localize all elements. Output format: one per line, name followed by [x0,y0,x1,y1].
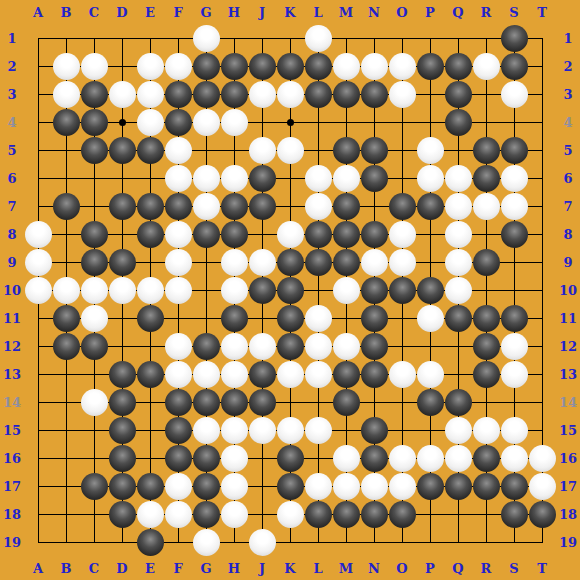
intersection-E18[interactable] [136,500,164,528]
intersection-E3[interactable] [136,80,164,108]
intersection-N14[interactable] [360,388,388,416]
intersection-J6[interactable] [248,164,276,192]
intersection-H6[interactable] [220,164,248,192]
intersection-P15[interactable] [416,416,444,444]
intersection-R15[interactable] [472,416,500,444]
intersection-K12[interactable] [276,332,304,360]
intersection-N4[interactable] [360,108,388,136]
intersection-O9[interactable] [388,248,416,276]
intersection-O14[interactable] [388,388,416,416]
intersection-S3[interactable] [500,80,528,108]
intersection-A17[interactable] [24,472,52,500]
intersection-M7[interactable] [332,192,360,220]
intersection-T18[interactable] [528,500,556,528]
intersection-F11[interactable] [164,304,192,332]
intersection-T1[interactable] [528,24,556,52]
intersection-O7[interactable] [388,192,416,220]
intersection-J10[interactable] [248,276,276,304]
intersection-P3[interactable] [416,80,444,108]
intersection-J4[interactable] [248,108,276,136]
intersection-N13[interactable] [360,360,388,388]
intersection-G5[interactable] [192,136,220,164]
intersection-A18[interactable] [24,500,52,528]
intersection-R14[interactable] [472,388,500,416]
intersection-A6[interactable] [24,164,52,192]
intersection-Q6[interactable] [444,164,472,192]
intersection-M15[interactable] [332,416,360,444]
intersection-S14[interactable] [500,388,528,416]
intersection-C17[interactable] [80,472,108,500]
intersection-T12[interactable] [528,332,556,360]
intersection-K16[interactable] [276,444,304,472]
intersection-R7[interactable] [472,192,500,220]
intersection-E7[interactable] [136,192,164,220]
intersection-P2[interactable] [416,52,444,80]
intersection-K9[interactable] [276,248,304,276]
intersection-L17[interactable] [304,472,332,500]
intersection-O12[interactable] [388,332,416,360]
intersection-A11[interactable] [24,304,52,332]
intersection-A2[interactable] [24,52,52,80]
intersection-J15[interactable] [248,416,276,444]
intersection-L4[interactable] [304,108,332,136]
intersection-K15[interactable] [276,416,304,444]
intersection-P10[interactable] [416,276,444,304]
intersection-D14[interactable] [108,388,136,416]
intersection-A13[interactable] [24,360,52,388]
intersection-R10[interactable] [472,276,500,304]
intersection-K1[interactable] [276,24,304,52]
intersection-T15[interactable] [528,416,556,444]
intersection-L2[interactable] [304,52,332,80]
intersection-B10[interactable] [52,276,80,304]
intersection-Q7[interactable] [444,192,472,220]
intersection-R13[interactable] [472,360,500,388]
intersection-O2[interactable] [388,52,416,80]
intersection-J12[interactable] [248,332,276,360]
intersection-K10[interactable] [276,276,304,304]
intersection-Q15[interactable] [444,416,472,444]
intersection-R16[interactable] [472,444,500,472]
intersection-L5[interactable] [304,136,332,164]
intersection-T8[interactable] [528,220,556,248]
intersection-M3[interactable] [332,80,360,108]
intersection-C18[interactable] [80,500,108,528]
intersection-J13[interactable] [248,360,276,388]
intersection-K5[interactable] [276,136,304,164]
intersection-G12[interactable] [192,332,220,360]
intersection-O1[interactable] [388,24,416,52]
intersection-M8[interactable] [332,220,360,248]
intersection-A5[interactable] [24,136,52,164]
intersection-O6[interactable] [388,164,416,192]
intersection-D15[interactable] [108,416,136,444]
intersection-Q19[interactable] [444,528,472,556]
intersection-D2[interactable] [108,52,136,80]
intersection-A8[interactable] [24,220,52,248]
intersection-B9[interactable] [52,248,80,276]
intersection-B19[interactable] [52,528,80,556]
intersection-D9[interactable] [108,248,136,276]
intersection-B4[interactable] [52,108,80,136]
intersection-S16[interactable] [500,444,528,472]
intersection-P17[interactable] [416,472,444,500]
intersection-L10[interactable] [304,276,332,304]
intersection-H17[interactable] [220,472,248,500]
intersection-T10[interactable] [528,276,556,304]
intersection-E10[interactable] [136,276,164,304]
intersection-Q17[interactable] [444,472,472,500]
intersection-T4[interactable] [528,108,556,136]
intersection-H16[interactable] [220,444,248,472]
intersection-S19[interactable] [500,528,528,556]
intersection-K7[interactable] [276,192,304,220]
intersection-O4[interactable] [388,108,416,136]
intersection-R18[interactable] [472,500,500,528]
intersection-J18[interactable] [248,500,276,528]
intersection-O3[interactable] [388,80,416,108]
intersection-N12[interactable] [360,332,388,360]
intersection-M11[interactable] [332,304,360,332]
intersection-G11[interactable] [192,304,220,332]
intersection-A3[interactable] [24,80,52,108]
intersection-S13[interactable] [500,360,528,388]
intersection-E14[interactable] [136,388,164,416]
intersection-J1[interactable] [248,24,276,52]
intersection-K4[interactable] [276,108,304,136]
intersection-O15[interactable] [388,416,416,444]
intersection-P11[interactable] [416,304,444,332]
intersection-R2[interactable] [472,52,500,80]
intersection-K14[interactable] [276,388,304,416]
intersection-M17[interactable] [332,472,360,500]
intersection-C5[interactable] [80,136,108,164]
intersection-J17[interactable] [248,472,276,500]
intersection-J8[interactable] [248,220,276,248]
intersection-G3[interactable] [192,80,220,108]
intersection-B14[interactable] [52,388,80,416]
intersection-C19[interactable] [80,528,108,556]
intersection-A1[interactable] [24,24,52,52]
intersection-D5[interactable] [108,136,136,164]
intersection-O10[interactable] [388,276,416,304]
intersection-A15[interactable] [24,416,52,444]
intersection-A16[interactable] [24,444,52,472]
intersection-P9[interactable] [416,248,444,276]
intersection-M4[interactable] [332,108,360,136]
intersection-Q1[interactable] [444,24,472,52]
intersection-N1[interactable] [360,24,388,52]
intersection-F1[interactable] [164,24,192,52]
intersection-L1[interactable] [304,24,332,52]
intersection-M10[interactable] [332,276,360,304]
intersection-E5[interactable] [136,136,164,164]
intersection-C8[interactable] [80,220,108,248]
intersection-K3[interactable] [276,80,304,108]
intersection-K17[interactable] [276,472,304,500]
intersection-R8[interactable] [472,220,500,248]
intersection-D3[interactable] [108,80,136,108]
intersection-E6[interactable] [136,164,164,192]
intersection-H18[interactable] [220,500,248,528]
intersection-P6[interactable] [416,164,444,192]
intersection-G4[interactable] [192,108,220,136]
intersection-D1[interactable] [108,24,136,52]
intersection-F8[interactable] [164,220,192,248]
intersection-P13[interactable] [416,360,444,388]
intersection-F14[interactable] [164,388,192,416]
intersection-C3[interactable] [80,80,108,108]
intersection-M14[interactable] [332,388,360,416]
intersection-R12[interactable] [472,332,500,360]
intersection-B1[interactable] [52,24,80,52]
intersection-T16[interactable] [528,444,556,472]
intersection-R9[interactable] [472,248,500,276]
intersection-F12[interactable] [164,332,192,360]
intersection-M13[interactable] [332,360,360,388]
intersection-G6[interactable] [192,164,220,192]
intersection-P18[interactable] [416,500,444,528]
intersection-H15[interactable] [220,416,248,444]
intersection-P5[interactable] [416,136,444,164]
intersection-P16[interactable] [416,444,444,472]
intersection-N17[interactable] [360,472,388,500]
intersection-S4[interactable] [500,108,528,136]
intersection-L9[interactable] [304,248,332,276]
intersection-H7[interactable] [220,192,248,220]
intersection-D6[interactable] [108,164,136,192]
intersection-S12[interactable] [500,332,528,360]
intersection-O13[interactable] [388,360,416,388]
intersection-N10[interactable] [360,276,388,304]
intersection-F7[interactable] [164,192,192,220]
intersection-O17[interactable] [388,472,416,500]
intersection-B15[interactable] [52,416,80,444]
intersection-M16[interactable] [332,444,360,472]
intersection-D10[interactable] [108,276,136,304]
intersection-G10[interactable] [192,276,220,304]
intersection-F9[interactable] [164,248,192,276]
intersection-D8[interactable] [108,220,136,248]
intersection-N19[interactable] [360,528,388,556]
intersection-H11[interactable] [220,304,248,332]
intersection-Q4[interactable] [444,108,472,136]
intersection-D12[interactable] [108,332,136,360]
intersection-T3[interactable] [528,80,556,108]
intersection-A9[interactable] [24,248,52,276]
intersection-O16[interactable] [388,444,416,472]
intersection-B13[interactable] [52,360,80,388]
intersection-C1[interactable] [80,24,108,52]
intersection-T17[interactable] [528,472,556,500]
intersection-C13[interactable] [80,360,108,388]
intersection-L12[interactable] [304,332,332,360]
intersection-Q18[interactable] [444,500,472,528]
intersection-C6[interactable] [80,164,108,192]
intersection-S18[interactable] [500,500,528,528]
intersection-D13[interactable] [108,360,136,388]
intersection-C7[interactable] [80,192,108,220]
intersection-L6[interactable] [304,164,332,192]
intersection-E8[interactable] [136,220,164,248]
intersection-L11[interactable] [304,304,332,332]
intersection-E16[interactable] [136,444,164,472]
intersection-N2[interactable] [360,52,388,80]
intersection-H10[interactable] [220,276,248,304]
intersection-A19[interactable] [24,528,52,556]
intersection-Q10[interactable] [444,276,472,304]
intersection-S2[interactable] [500,52,528,80]
intersection-A14[interactable] [24,388,52,416]
intersection-G17[interactable] [192,472,220,500]
intersection-N16[interactable] [360,444,388,472]
intersection-K19[interactable] [276,528,304,556]
intersection-J7[interactable] [248,192,276,220]
intersection-M1[interactable] [332,24,360,52]
intersection-C9[interactable] [80,248,108,276]
intersection-F2[interactable] [164,52,192,80]
intersection-P1[interactable] [416,24,444,52]
intersection-C15[interactable] [80,416,108,444]
intersection-R19[interactable] [472,528,500,556]
intersection-F19[interactable] [164,528,192,556]
intersection-B12[interactable] [52,332,80,360]
intersection-H14[interactable] [220,388,248,416]
intersection-H13[interactable] [220,360,248,388]
intersection-D18[interactable] [108,500,136,528]
intersection-K6[interactable] [276,164,304,192]
intersection-F15[interactable] [164,416,192,444]
intersection-J19[interactable] [248,528,276,556]
intersection-L16[interactable] [304,444,332,472]
intersection-B18[interactable] [52,500,80,528]
intersection-S7[interactable] [500,192,528,220]
intersection-C14[interactable] [80,388,108,416]
intersection-K2[interactable] [276,52,304,80]
intersection-N9[interactable] [360,248,388,276]
intersection-L7[interactable] [304,192,332,220]
intersection-D16[interactable] [108,444,136,472]
intersection-E11[interactable] [136,304,164,332]
intersection-F17[interactable] [164,472,192,500]
intersection-G19[interactable] [192,528,220,556]
intersection-M12[interactable] [332,332,360,360]
intersection-F4[interactable] [164,108,192,136]
intersection-J2[interactable] [248,52,276,80]
intersection-H12[interactable] [220,332,248,360]
intersection-L18[interactable] [304,500,332,528]
intersection-H9[interactable] [220,248,248,276]
intersection-M18[interactable] [332,500,360,528]
intersection-G15[interactable] [192,416,220,444]
intersection-P14[interactable] [416,388,444,416]
intersection-F16[interactable] [164,444,192,472]
intersection-G16[interactable] [192,444,220,472]
intersection-C2[interactable] [80,52,108,80]
intersection-F13[interactable] [164,360,192,388]
intersection-D17[interactable] [108,472,136,500]
intersection-M9[interactable] [332,248,360,276]
intersection-O11[interactable] [388,304,416,332]
intersection-O18[interactable] [388,500,416,528]
intersection-E1[interactable] [136,24,164,52]
intersection-H2[interactable] [220,52,248,80]
intersection-H3[interactable] [220,80,248,108]
intersection-N8[interactable] [360,220,388,248]
intersection-B3[interactable] [52,80,80,108]
intersection-B5[interactable] [52,136,80,164]
intersection-Q3[interactable] [444,80,472,108]
intersection-F6[interactable] [164,164,192,192]
intersection-Q13[interactable] [444,360,472,388]
intersection-F18[interactable] [164,500,192,528]
intersection-M5[interactable] [332,136,360,164]
intersection-C4[interactable] [80,108,108,136]
intersection-Q9[interactable] [444,248,472,276]
intersection-R3[interactable] [472,80,500,108]
intersection-G18[interactable] [192,500,220,528]
intersection-T14[interactable] [528,388,556,416]
intersection-H19[interactable] [220,528,248,556]
intersection-B11[interactable] [52,304,80,332]
intersection-B16[interactable] [52,444,80,472]
intersection-S5[interactable] [500,136,528,164]
intersection-P4[interactable] [416,108,444,136]
intersection-R11[interactable] [472,304,500,332]
intersection-C16[interactable] [80,444,108,472]
intersection-S1[interactable] [500,24,528,52]
intersection-Q16[interactable] [444,444,472,472]
intersection-E13[interactable] [136,360,164,388]
intersection-Q12[interactable] [444,332,472,360]
intersection-G2[interactable] [192,52,220,80]
intersection-J3[interactable] [248,80,276,108]
intersection-R17[interactable] [472,472,500,500]
intersection-T5[interactable] [528,136,556,164]
intersection-T19[interactable] [528,528,556,556]
intersection-M19[interactable] [332,528,360,556]
intersection-L8[interactable] [304,220,332,248]
intersection-L13[interactable] [304,360,332,388]
intersection-G1[interactable] [192,24,220,52]
intersection-G9[interactable] [192,248,220,276]
intersection-B8[interactable] [52,220,80,248]
intersection-N3[interactable] [360,80,388,108]
intersection-T11[interactable] [528,304,556,332]
intersection-E19[interactable] [136,528,164,556]
intersection-A4[interactable] [24,108,52,136]
intersection-H8[interactable] [220,220,248,248]
intersection-G7[interactable] [192,192,220,220]
intersection-S9[interactable] [500,248,528,276]
intersection-A7[interactable] [24,192,52,220]
intersection-B2[interactable] [52,52,80,80]
intersection-H1[interactable] [220,24,248,52]
intersection-G13[interactable] [192,360,220,388]
intersection-E2[interactable] [136,52,164,80]
intersection-Q8[interactable] [444,220,472,248]
intersection-E9[interactable] [136,248,164,276]
intersection-P7[interactable] [416,192,444,220]
intersection-Q11[interactable] [444,304,472,332]
intersection-J5[interactable] [248,136,276,164]
intersection-N15[interactable] [360,416,388,444]
intersection-S17[interactable] [500,472,528,500]
intersection-B7[interactable] [52,192,80,220]
intersection-R1[interactable] [472,24,500,52]
intersection-H5[interactable] [220,136,248,164]
intersection-R5[interactable] [472,136,500,164]
